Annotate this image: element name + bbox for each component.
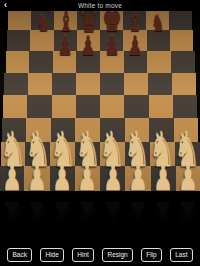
- piece-reflection: ♟: [103, 198, 123, 220]
- back-chevron-icon[interactable]: ‹: [4, 0, 7, 11]
- piece-reflection: ♞: [24, 203, 51, 233]
- piece-reflection: ♞: [0, 203, 26, 233]
- piece-black-pawn-d7[interactable]: ♟: [81, 32, 96, 59]
- piece-black-pawn-c7[interactable]: ♟: [58, 32, 73, 59]
- piece-white-pawn-h1[interactable]: ♟: [178, 160, 198, 196]
- piece-white-pawn-b1[interactable]: ♟: [27, 160, 47, 196]
- piece-white-pawn-a1[interactable]: ♟: [2, 160, 22, 196]
- piece-reflection: ♞: [149, 203, 176, 233]
- reflection-fade: [0, 191, 200, 249]
- piece-white-pawn-d1[interactable]: ♟: [77, 160, 97, 196]
- last-button[interactable]: Last: [170, 248, 193, 262]
- piece-reflection: ♟: [2, 198, 22, 220]
- piece-reflection: ♟: [27, 198, 47, 220]
- piece-white-pawn-e1[interactable]: ♟: [103, 160, 123, 196]
- piece-white-pawn-g1[interactable]: ♟: [153, 160, 173, 196]
- back-button[interactable]: Back: [7, 248, 32, 262]
- status-text: White to move: [0, 0, 200, 11]
- hide-button[interactable]: Hide: [40, 248, 64, 262]
- piece-reflection: ♟: [52, 198, 72, 220]
- piece-white-pawn-f1[interactable]: ♟: [128, 160, 148, 196]
- chess-app: ‹ White to move ♞♞♞♞♞♞♞♞♟♟♟♟♟♟♟♟ ♞♝♛♚♝♞♟…: [0, 0, 200, 266]
- piece-black-knight-g8[interactable]: ♞: [151, 11, 164, 35]
- top-bar: ‹ White to move: [0, 0, 200, 11]
- piece-reflection: ♟: [128, 198, 148, 220]
- piece-reflection: ♟: [77, 198, 97, 220]
- flip-button[interactable]: Flip: [141, 248, 162, 262]
- piece-white-pawn-c1[interactable]: ♟: [52, 160, 72, 196]
- piece-reflection: ♞: [99, 203, 126, 233]
- piece-black-knight-b8[interactable]: ♞: [36, 11, 49, 35]
- piece-reflection: ♞: [49, 203, 76, 233]
- piece-reflection: ♟: [178, 198, 198, 220]
- toolbar: BackHideHintResignFlipLast: [0, 244, 200, 266]
- piece-reflection: ♟: [153, 198, 173, 220]
- piece-black-pawn-e7[interactable]: ♟: [104, 32, 119, 59]
- piece-reflection: ♞: [124, 203, 151, 233]
- pieces-layer: ♞♝♛♚♝♞♟♟♟♟♞♞♞♞♞♞♞♞♟♟♟♟♟♟♟♟: [0, 10, 200, 191]
- piece-black-pawn-f7[interactable]: ♟: [127, 32, 142, 59]
- piece-reflection: ♞: [74, 203, 101, 233]
- hint-button[interactable]: Hint: [72, 248, 95, 262]
- piece-reflection: ♞: [174, 203, 200, 233]
- resign-button[interactable]: Resign: [102, 248, 133, 262]
